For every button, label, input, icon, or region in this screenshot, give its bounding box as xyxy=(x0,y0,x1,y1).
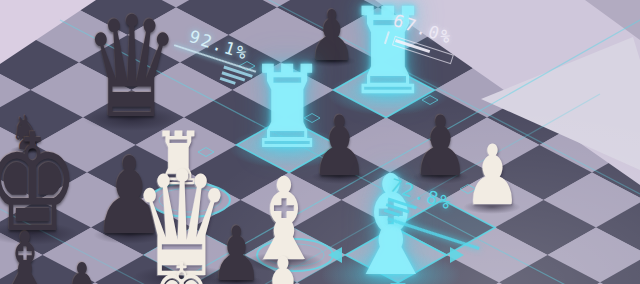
pieces-layer: ♛♞♚♝♟♟♟♟♟♟♜♛♚♝♟♟♜♜♝ xyxy=(0,0,640,284)
piece-black-bishop[interactable]: ♝ xyxy=(0,231,55,284)
piece-white-king[interactable]: ♚ xyxy=(149,262,212,284)
chess-scene: ♛♞♚♝♟♟♟♟♟♟♜♛♚♝♟♟♜♜♝ 92.1% 67.0% 72.8% xyxy=(0,0,640,284)
hologram-rook[interactable]: ♜ xyxy=(341,6,435,98)
piece-black-pawn[interactable]: ♟ xyxy=(52,262,113,284)
piece-black-queen[interactable]: ♛ xyxy=(77,14,186,122)
hologram-bishop[interactable]: ♝ xyxy=(337,174,445,280)
piece-white-pawn[interactable]: ♟ xyxy=(249,256,318,284)
piece-white-pawn[interactable]: ♟ xyxy=(460,144,525,208)
